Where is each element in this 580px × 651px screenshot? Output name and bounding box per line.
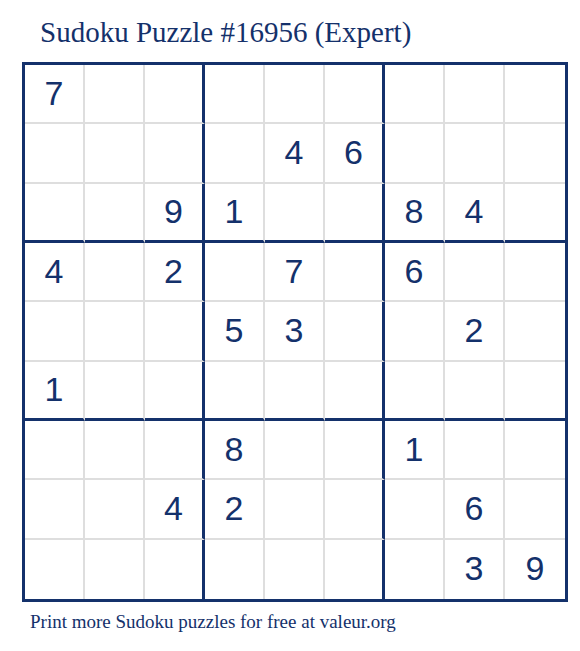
cell-r5c1[interactable] [25, 302, 85, 361]
cell-r8c4[interactable]: 2 [205, 480, 265, 539]
cell-r2c3[interactable] [145, 124, 205, 183]
cell-r5c8[interactable]: 2 [445, 302, 505, 361]
cell-r1c2[interactable] [85, 65, 145, 124]
cell-r3c5[interactable] [265, 184, 325, 243]
cell-r7c7[interactable]: 1 [385, 421, 445, 480]
cell-r1c9[interactable] [505, 65, 565, 124]
cell-r3c6[interactable] [325, 184, 385, 243]
cell-r7c6[interactable] [325, 421, 385, 480]
cell-r7c5[interactable] [265, 421, 325, 480]
cell-r9c8[interactable]: 3 [445, 540, 505, 599]
sudoku-grid: 7469184427653218142639 [22, 62, 568, 602]
cell-r7c1[interactable] [25, 421, 85, 480]
cell-r4c9[interactable] [505, 243, 565, 302]
cell-r1c7[interactable] [385, 65, 445, 124]
cell-r3c2[interactable] [85, 184, 145, 243]
cell-r1c5[interactable] [265, 65, 325, 124]
cell-r7c4[interactable]: 8 [205, 421, 265, 480]
cell-r1c6[interactable] [325, 65, 385, 124]
cell-r6c8[interactable] [445, 362, 505, 421]
cell-r2c6[interactable]: 6 [325, 124, 385, 183]
cell-r8c6[interactable] [325, 480, 385, 539]
cell-r9c5[interactable] [265, 540, 325, 599]
cell-r9c1[interactable] [25, 540, 85, 599]
cell-r6c1[interactable]: 1 [25, 362, 85, 421]
cell-r8c3[interactable]: 4 [145, 480, 205, 539]
cell-r6c5[interactable] [265, 362, 325, 421]
cell-r3c9[interactable] [505, 184, 565, 243]
cell-r9c9[interactable]: 9 [505, 540, 565, 599]
cell-r9c2[interactable] [85, 540, 145, 599]
cell-r7c9[interactable] [505, 421, 565, 480]
cell-r4c2[interactable] [85, 243, 145, 302]
cell-r4c6[interactable] [325, 243, 385, 302]
cell-r2c7[interactable] [385, 124, 445, 183]
cell-r1c1[interactable]: 7 [25, 65, 85, 124]
cell-r3c4[interactable]: 1 [205, 184, 265, 243]
cell-r4c7[interactable]: 6 [385, 243, 445, 302]
cell-r6c9[interactable] [505, 362, 565, 421]
cell-r3c7[interactable]: 8 [385, 184, 445, 243]
cell-r2c8[interactable] [445, 124, 505, 183]
cell-r9c4[interactable] [205, 540, 265, 599]
page: Sudoku Puzzle #16956 (Expert) 7469184427… [0, 0, 580, 651]
cell-r4c8[interactable] [445, 243, 505, 302]
cell-r3c3[interactable]: 9 [145, 184, 205, 243]
cell-r5c2[interactable] [85, 302, 145, 361]
cell-r3c8[interactable]: 4 [445, 184, 505, 243]
cell-r5c5[interactable]: 3 [265, 302, 325, 361]
cell-r8c5[interactable] [265, 480, 325, 539]
cell-r2c2[interactable] [85, 124, 145, 183]
page-title: Sudoku Puzzle #16956 (Expert) [40, 16, 411, 48]
cell-r2c5[interactable]: 4 [265, 124, 325, 183]
cell-r2c1[interactable] [25, 124, 85, 183]
cell-r6c3[interactable] [145, 362, 205, 421]
cell-r9c6[interactable] [325, 540, 385, 599]
cell-r9c3[interactable] [145, 540, 205, 599]
cell-r4c1[interactable]: 4 [25, 243, 85, 302]
cell-r6c7[interactable] [385, 362, 445, 421]
cell-r6c6[interactable] [325, 362, 385, 421]
cell-r1c3[interactable] [145, 65, 205, 124]
cell-r7c8[interactable] [445, 421, 505, 480]
cell-r8c2[interactable] [85, 480, 145, 539]
cell-r1c4[interactable] [205, 65, 265, 124]
cell-r3c1[interactable] [25, 184, 85, 243]
cell-r7c2[interactable] [85, 421, 145, 480]
cell-r2c9[interactable] [505, 124, 565, 183]
cell-r9c7[interactable] [385, 540, 445, 599]
footer-text: Print more Sudoku puzzles for free at va… [30, 611, 396, 633]
cell-r5c4[interactable]: 5 [205, 302, 265, 361]
cell-r4c5[interactable]: 7 [265, 243, 325, 302]
cell-r5c3[interactable] [145, 302, 205, 361]
cell-r1c8[interactable] [445, 65, 505, 124]
cell-r8c1[interactable] [25, 480, 85, 539]
cell-r4c3[interactable]: 2 [145, 243, 205, 302]
cell-r4c4[interactable] [205, 243, 265, 302]
cell-r8c7[interactable] [385, 480, 445, 539]
cell-r5c6[interactable] [325, 302, 385, 361]
cell-r2c4[interactable] [205, 124, 265, 183]
cell-r8c8[interactable]: 6 [445, 480, 505, 539]
cell-r5c7[interactable] [385, 302, 445, 361]
cell-r8c9[interactable] [505, 480, 565, 539]
cell-r6c4[interactable] [205, 362, 265, 421]
cell-r7c3[interactable] [145, 421, 205, 480]
cell-r5c9[interactable] [505, 302, 565, 361]
cell-r6c2[interactable] [85, 362, 145, 421]
